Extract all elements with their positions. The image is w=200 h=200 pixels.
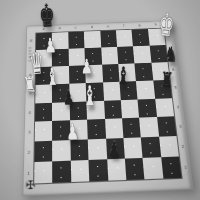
piece-black-bishop-f5[interactable]: ♝ — [117, 62, 130, 90]
piece-white-rook-a5[interactable]: ♜ — [22, 71, 38, 98]
piece-black-knight-h6[interactable]: ♞ — [164, 42, 179, 67]
piece-black-king-a8[interactable]: ♚ — [38, 0, 56, 34]
piece-white-pawn-a7[interactable]: ♟ — [44, 33, 57, 57]
piece-white-bishop-b5[interactable]: ♝ — [45, 62, 59, 90]
piece-black-rook-h5[interactable]: ♜ — [160, 67, 174, 91]
piece-black-pawn-c4[interactable]: ♟ — [63, 87, 75, 109]
piece-white-bishop-d4[interactable]: ♝ — [82, 80, 97, 112]
photo-scene: abcdefgh 87654321 87654321 CHESS ✠ ♚♟♛♜♝… — [0, 0, 200, 200]
piece-white-pawn-d5[interactable]: ♟ — [81, 55, 93, 78]
piece-white-king-h7[interactable]: ♚ — [157, 6, 175, 44]
piece-white-pawn-c3[interactable]: ♟ — [66, 119, 79, 144]
pieces-layer: ♚♟♛♜♝♟♝♟♚♞♜♝♟♟ — [0, 0, 200, 200]
piece-black-pawn-d2[interactable]: ♟ — [108, 138, 120, 161]
